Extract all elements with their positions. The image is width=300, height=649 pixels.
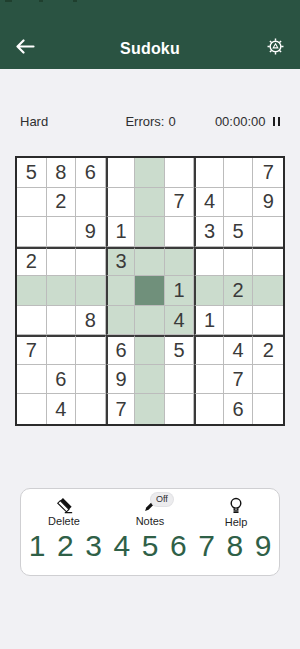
cell-r2c7[interactable]: 5 <box>224 217 254 247</box>
cell-r3c1[interactable] <box>47 247 77 277</box>
cell-r4c3[interactable] <box>106 276 136 306</box>
cell-r5c8[interactable] <box>253 306 283 336</box>
cell-r5c1[interactable] <box>47 306 77 336</box>
cell-r0c4[interactable] <box>135 158 165 188</box>
help-label: Help <box>225 516 248 528</box>
cell-r1c5[interactable]: 7 <box>165 188 195 218</box>
cell-r1c8[interactable]: 9 <box>253 188 283 218</box>
keypad-2[interactable]: 2 <box>56 529 74 563</box>
delete-label: Delete <box>48 515 80 527</box>
cell-r3c2[interactable] <box>76 247 106 277</box>
cell-r1c0[interactable] <box>17 188 47 218</box>
keypad-6[interactable]: 6 <box>169 529 187 563</box>
cell-r7c4[interactable] <box>135 365 165 395</box>
cell-r5c7[interactable] <box>224 306 254 336</box>
cell-r3c0[interactable]: 2 <box>17 247 47 277</box>
cell-r2c6[interactable]: 3 <box>194 217 224 247</box>
cell-r4c2[interactable] <box>76 276 106 306</box>
app-bar: Sudoku <box>0 0 300 69</box>
cell-r7c5[interactable] <box>165 365 195 395</box>
cell-r2c8[interactable] <box>253 217 283 247</box>
cell-r5c3[interactable] <box>106 306 136 336</box>
delete-button[interactable]: Delete <box>21 497 107 528</box>
errors-label: Errors: <box>125 114 164 129</box>
cell-r0c5[interactable] <box>165 158 195 188</box>
cell-r0c7[interactable] <box>224 158 254 188</box>
page-title: Sudoku <box>37 40 263 58</box>
cell-r6c0[interactable]: 7 <box>17 335 47 365</box>
cell-r1c7[interactable] <box>224 188 254 218</box>
keypad-8[interactable]: 8 <box>226 529 244 563</box>
cell-r7c1[interactable]: 6 <box>47 365 77 395</box>
keypad-4[interactable]: 4 <box>113 529 131 563</box>
cell-r6c6[interactable] <box>194 335 224 365</box>
cell-r5c6[interactable]: 1 <box>194 306 224 336</box>
cell-r8c7[interactable]: 6 <box>224 394 254 424</box>
cell-r1c4[interactable] <box>135 188 165 218</box>
tools-row: Delete Off Notes Help <box>21 489 279 528</box>
cell-r3c3[interactable]: 3 <box>106 247 136 277</box>
cell-r8c2[interactable] <box>76 394 106 424</box>
cell-r4c7[interactable]: 2 <box>224 276 254 306</box>
cell-r8c3[interactable]: 7 <box>106 394 136 424</box>
cell-r0c2[interactable]: 6 <box>76 158 106 188</box>
notes-button[interactable]: Off Notes <box>107 497 193 528</box>
cell-r7c0[interactable] <box>17 365 47 395</box>
settings-button[interactable] <box>263 37 287 60</box>
keypad-9[interactable]: 9 <box>254 529 272 563</box>
cell-r6c8[interactable]: 2 <box>253 335 283 365</box>
notes-state-badge: Off <box>151 493 173 506</box>
number-keypad: 123456789 <box>21 528 279 563</box>
cell-r2c1[interactable] <box>47 217 77 247</box>
cell-r8c6[interactable] <box>194 394 224 424</box>
pause-icon <box>278 117 281 126</box>
cell-r5c5[interactable]: 4 <box>165 306 195 336</box>
cell-r6c7[interactable]: 4 <box>224 335 254 365</box>
cell-r6c4[interactable] <box>135 335 165 365</box>
cell-r5c4[interactable] <box>135 306 165 336</box>
difficulty-label: Hard <box>20 114 107 129</box>
timer: 00:00:00 <box>215 114 266 129</box>
cell-r3c6[interactable] <box>194 247 224 277</box>
cell-r6c5[interactable]: 5 <box>165 335 195 365</box>
cell-r3c4[interactable] <box>135 247 165 277</box>
keypad-5[interactable]: 5 <box>141 529 159 563</box>
gear-icon <box>266 37 285 60</box>
cell-r6c3[interactable]: 6 <box>106 335 136 365</box>
cell-r4c5[interactable]: 1 <box>165 276 195 306</box>
cell-r0c8[interactable]: 7 <box>253 158 283 188</box>
cell-r2c0[interactable] <box>17 217 47 247</box>
lightbulb-icon <box>228 497 244 515</box>
cell-r1c1[interactable]: 2 <box>47 188 77 218</box>
errors-value: 0 <box>168 114 175 129</box>
cell-r7c3[interactable]: 9 <box>106 365 136 395</box>
cell-r3c8[interactable] <box>253 247 283 277</box>
cell-r4c0[interactable] <box>17 276 47 306</box>
cell-r2c5[interactable] <box>165 217 195 247</box>
cell-r1c3[interactable] <box>106 188 136 218</box>
cell-r5c0[interactable] <box>17 306 47 336</box>
sudoku-board: 586727499135231284176542697476 <box>15 156 285 426</box>
cell-r2c2[interactable]: 9 <box>76 217 106 247</box>
cell-r8c0[interactable] <box>17 394 47 424</box>
cell-r0c6[interactable] <box>194 158 224 188</box>
pause-button[interactable] <box>272 116 282 127</box>
cell-r7c7[interactable]: 7 <box>224 365 254 395</box>
cell-r5c2[interactable]: 8 <box>76 306 106 336</box>
status-row: Hard Errors: 0 00:00:00 <box>0 113 300 129</box>
cell-r6c1[interactable] <box>47 335 77 365</box>
pause-icon <box>273 117 276 126</box>
cell-r2c4[interactable] <box>135 217 165 247</box>
cell-r0c3[interactable] <box>106 158 136 188</box>
help-button[interactable]: Help <box>193 497 279 528</box>
cell-r8c8[interactable] <box>253 394 283 424</box>
keypad-7[interactable]: 7 <box>198 529 216 563</box>
errors-counter: Errors: 0 <box>107 114 194 129</box>
cell-r0c1[interactable]: 8 <box>47 158 77 188</box>
cell-r6c2[interactable] <box>76 335 106 365</box>
back-arrow-icon <box>15 39 35 58</box>
notes-label: Notes <box>136 515 165 527</box>
keypad-1[interactable]: 1 <box>28 529 46 563</box>
cell-r8c4[interactable] <box>135 394 165 424</box>
cell-r3c5[interactable] <box>165 247 195 277</box>
keypad-3[interactable]: 3 <box>85 529 103 563</box>
status-bar-artifact <box>0 0 120 3</box>
cell-r4c4[interactable] <box>135 276 165 306</box>
back-button[interactable] <box>13 39 37 58</box>
cell-r8c5[interactable] <box>165 394 195 424</box>
cell-r4c6[interactable] <box>194 276 224 306</box>
cell-r7c8[interactable] <box>253 365 283 395</box>
cell-r4c1[interactable] <box>47 276 77 306</box>
cell-r3c7[interactable] <box>224 247 254 277</box>
cell-r7c2[interactable] <box>76 365 106 395</box>
cell-r1c2[interactable] <box>76 188 106 218</box>
control-panel: Delete Off Notes Help 123456789 <box>20 488 280 576</box>
cell-r1c6[interactable]: 4 <box>194 188 224 218</box>
cell-r7c6[interactable] <box>194 365 224 395</box>
cell-r0c0[interactable]: 5 <box>17 158 47 188</box>
cell-r4c8[interactable] <box>253 276 283 306</box>
cell-r8c1[interactable]: 4 <box>47 394 77 424</box>
cell-r2c3[interactable]: 1 <box>106 217 136 247</box>
eraser-icon <box>55 497 74 514</box>
